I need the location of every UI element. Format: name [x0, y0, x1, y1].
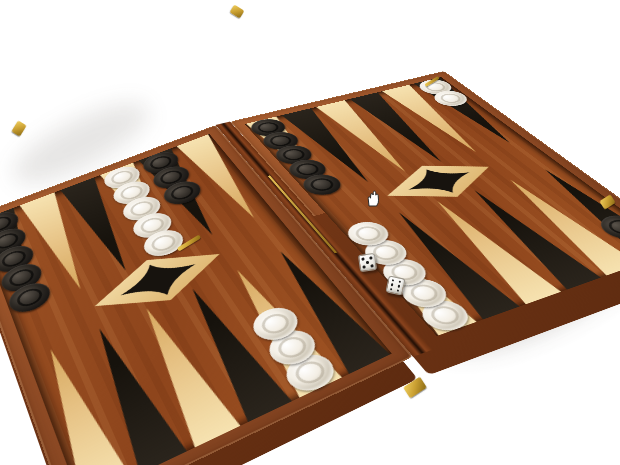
die-2[interactable]: [385, 275, 405, 295]
hand-cursor-icon: [363, 186, 383, 208]
bottom-point-row-left: [27, 242, 392, 465]
brass-clasp-icon: [230, 5, 245, 19]
point-bottom-1[interactable]: [27, 338, 134, 465]
white-checker[interactable]: [376, 254, 434, 289]
black-checker[interactable]: [0, 241, 37, 277]
diamond-inlay: [85, 235, 233, 327]
point-bottom-3[interactable]: [124, 298, 242, 448]
board-right-half: [230, 71, 620, 350]
point-bottom-5[interactable]: [216, 260, 344, 398]
product-photo-stage: [0, 0, 620, 465]
point-top-1[interactable]: [0, 207, 56, 318]
brass-clasp-icon: [11, 120, 26, 136]
point-bottom-4[interactable]: [171, 278, 294, 422]
black-checker[interactable]: [0, 207, 22, 240]
black-checker[interactable]: [616, 229, 620, 262]
white-checker[interactable]: [139, 225, 189, 261]
white-checker[interactable]: [414, 295, 476, 334]
black-checker[interactable]: [593, 211, 620, 242]
white-checker[interactable]: [279, 348, 342, 397]
black-checker[interactable]: [5, 277, 54, 317]
white-checker[interactable]: [246, 302, 304, 346]
point-bottom-8[interactable]: [380, 206, 521, 320]
die-1[interactable]: [358, 253, 377, 272]
black-checker[interactable]: [0, 259, 46, 297]
point-bottom-2[interactable]: [76, 317, 188, 465]
black-checker[interactable]: [0, 224, 29, 258]
white-checker[interactable]: [262, 324, 323, 371]
white-checker[interactable]: [341, 218, 396, 249]
